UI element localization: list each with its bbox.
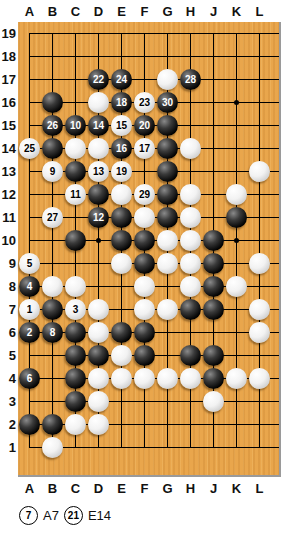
intersection-C16[interactable] xyxy=(64,91,87,114)
intersection-G6[interactable] xyxy=(156,321,179,344)
intersection-B5[interactable] xyxy=(41,344,64,367)
row-label-18: 18 xyxy=(0,45,18,68)
intersection-D1[interactable] xyxy=(87,436,110,459)
intersection-F5[interactable] xyxy=(133,344,156,367)
intersection-B17[interactable] xyxy=(41,68,64,91)
stone-black-E6 xyxy=(111,322,132,343)
intersection-D15[interactable]: 14 xyxy=(87,114,110,137)
stone-black-A4-move-6: 6 xyxy=(19,368,40,389)
stone-white-L9 xyxy=(249,253,270,274)
intersection-G4[interactable] xyxy=(156,367,179,390)
stone-white-B8 xyxy=(42,276,63,297)
go-board: 2224281823302610141520251617913191129271… xyxy=(18,22,281,477)
intersection-J12[interactable] xyxy=(202,183,225,206)
intersection-B14[interactable] xyxy=(41,137,64,160)
intersection-K7[interactable] xyxy=(225,298,248,321)
stone-white-E9 xyxy=(111,253,132,274)
intersection-B13[interactable]: 9 xyxy=(41,160,64,183)
intersection-K10[interactable] xyxy=(225,229,248,252)
intersection-B12[interactable] xyxy=(41,183,64,206)
intersection-A4[interactable]: 6 xyxy=(18,367,41,390)
intersection-C7[interactable]: 3 xyxy=(64,298,87,321)
intersection-E11[interactable] xyxy=(110,206,133,229)
intersection-E5[interactable] xyxy=(110,344,133,367)
intersection-L2[interactable] xyxy=(248,413,271,436)
intersection-C12[interactable]: 11 xyxy=(64,183,87,206)
intersection-A6[interactable]: 2 xyxy=(18,321,41,344)
intersection-H16[interactable] xyxy=(179,91,202,114)
intersection-F17[interactable] xyxy=(133,68,156,91)
intersection-F9[interactable] xyxy=(133,252,156,275)
intersection-C5[interactable] xyxy=(64,344,87,367)
stone-black-C5 xyxy=(65,345,86,366)
intersection-J3[interactable] xyxy=(202,390,225,413)
intersection-L19[interactable] xyxy=(248,22,271,45)
intersection-J15[interactable] xyxy=(202,114,225,137)
row-label-12: 12 xyxy=(0,183,18,206)
intersection-L13[interactable] xyxy=(248,160,271,183)
move-7-point: A7 xyxy=(43,508,59,523)
intersection-C15[interactable]: 10 xyxy=(64,114,87,137)
row-label-16: 16 xyxy=(0,91,18,114)
intersection-J11[interactable] xyxy=(202,206,225,229)
intersection-D18[interactable] xyxy=(87,45,110,68)
intersection-C3[interactable] xyxy=(64,390,87,413)
intersection-H19[interactable] xyxy=(179,22,202,45)
intersection-A19[interactable] xyxy=(18,22,41,45)
stone-white-H10 xyxy=(180,230,201,251)
column-label-C: C xyxy=(64,0,87,22)
intersection-H12[interactable] xyxy=(179,183,202,206)
intersection-K13[interactable] xyxy=(225,160,248,183)
intersection-E15[interactable]: 15 xyxy=(110,114,133,137)
intersection-G15[interactable] xyxy=(156,114,179,137)
intersection-K6[interactable] xyxy=(225,321,248,344)
stone-black-A8-move-4: 4 xyxy=(19,276,40,297)
intersection-H4[interactable] xyxy=(179,367,202,390)
intersection-A16[interactable] xyxy=(18,91,41,114)
intersection-H6[interactable] xyxy=(179,321,202,344)
intersection-G18[interactable] xyxy=(156,45,179,68)
intersection-D19[interactable] xyxy=(87,22,110,45)
stone-white-E12 xyxy=(111,184,132,205)
stone-black-F6 xyxy=(134,322,155,343)
intersection-J1[interactable] xyxy=(202,436,225,459)
column-label-E: E xyxy=(110,0,133,22)
stone-white-D14 xyxy=(88,138,109,159)
stone-black-C15-move-10: 10 xyxy=(65,115,86,136)
intersection-H8[interactable] xyxy=(179,275,202,298)
intersection-J4[interactable] xyxy=(202,367,225,390)
intersection-K11[interactable] xyxy=(225,206,248,229)
stone-white-E5 xyxy=(111,345,132,366)
stone-black-B16 xyxy=(42,92,63,113)
intersection-H15[interactable] xyxy=(179,114,202,137)
intersection-A17[interactable] xyxy=(18,68,41,91)
intersection-J7[interactable] xyxy=(202,298,225,321)
intersection-F11[interactable] xyxy=(133,206,156,229)
stone-white-E15-move-15: 15 xyxy=(111,115,132,136)
intersection-A15[interactable] xyxy=(18,114,41,137)
intersection-G17[interactable] xyxy=(156,68,179,91)
intersection-D2[interactable] xyxy=(87,413,110,436)
intersection-B4[interactable] xyxy=(41,367,64,390)
intersection-C8[interactable] xyxy=(64,275,87,298)
row-label-6: 6 xyxy=(0,321,18,344)
intersection-C2[interactable] xyxy=(64,413,87,436)
intersection-D10[interactable] xyxy=(87,229,110,252)
go-diagram: ABCDEFGHJKL 1918171615141312111098765432… xyxy=(0,0,281,537)
stone-white-B11-move-27: 27 xyxy=(42,207,63,228)
intersection-C14[interactable] xyxy=(64,137,87,160)
intersection-B15[interactable]: 26 xyxy=(41,114,64,137)
column-label-K: K xyxy=(225,0,248,22)
stone-white-G9 xyxy=(157,253,178,274)
move-21-point: E14 xyxy=(88,508,111,523)
intersection-A3[interactable] xyxy=(18,390,41,413)
stone-black-H17-move-28: 28 xyxy=(180,69,201,90)
intersection-C9[interactable] xyxy=(64,252,87,275)
intersection-D17[interactable]: 22 xyxy=(87,68,110,91)
intersection-F2[interactable] xyxy=(133,413,156,436)
intersection-J5[interactable] xyxy=(202,344,225,367)
intersection-A8[interactable]: 4 xyxy=(18,275,41,298)
row-label-2: 2 xyxy=(0,413,18,436)
intersection-G10[interactable] xyxy=(156,229,179,252)
intersection-L3[interactable] xyxy=(248,390,271,413)
intersection-L6[interactable] xyxy=(248,321,271,344)
intersection-G12[interactable] xyxy=(156,183,179,206)
intersection-L5[interactable] xyxy=(248,344,271,367)
intersection-C4[interactable] xyxy=(64,367,87,390)
intersection-D8[interactable] xyxy=(87,275,110,298)
column-labels-top: ABCDEFGHJKL xyxy=(18,0,281,22)
intersection-H2[interactable] xyxy=(179,413,202,436)
intersection-H1[interactable] xyxy=(179,436,202,459)
intersection-E1[interactable] xyxy=(110,436,133,459)
stone-black-D11-move-12: 12 xyxy=(88,207,109,228)
intersection-D7[interactable] xyxy=(87,298,110,321)
intersection-L18[interactable] xyxy=(248,45,271,68)
stone-black-G15 xyxy=(157,115,178,136)
intersection-L12[interactable] xyxy=(248,183,271,206)
intersection-F12[interactable]: 29 xyxy=(133,183,156,206)
row-label-19: 19 xyxy=(0,22,18,45)
intersection-F7[interactable] xyxy=(133,298,156,321)
column-label-E: E xyxy=(110,477,133,499)
intersection-G19[interactable] xyxy=(156,22,179,45)
intersection-A7[interactable]: 1 xyxy=(18,298,41,321)
stone-black-A2 xyxy=(19,414,40,435)
intersection-D6[interactable] xyxy=(87,321,110,344)
stone-white-H8 xyxy=(180,276,201,297)
intersection-F15[interactable]: 20 xyxy=(133,114,156,137)
stone-black-B7 xyxy=(42,299,63,320)
intersection-D13[interactable]: 13 xyxy=(87,160,110,183)
intersection-G16[interactable]: 30 xyxy=(156,91,179,114)
intersection-F10[interactable] xyxy=(133,229,156,252)
intersection-E9[interactable] xyxy=(110,252,133,275)
intersection-D9[interactable] xyxy=(87,252,110,275)
stone-white-F8 xyxy=(134,276,155,297)
intersection-C1[interactable] xyxy=(64,436,87,459)
stone-black-B15-move-26: 26 xyxy=(42,115,63,136)
intersection-H13[interactable] xyxy=(179,160,202,183)
intersection-A11[interactable] xyxy=(18,206,41,229)
intersection-B3[interactable] xyxy=(41,390,64,413)
row-label-9: 9 xyxy=(0,252,18,275)
intersection-D14[interactable] xyxy=(87,137,110,160)
intersection-A13[interactable] xyxy=(18,160,41,183)
column-label-D: D xyxy=(87,0,110,22)
intersection-E7[interactable] xyxy=(110,298,133,321)
intersection-E13[interactable]: 19 xyxy=(110,160,133,183)
row-label-5: 5 xyxy=(0,344,18,367)
intersection-F4[interactable] xyxy=(133,367,156,390)
intersection-G2[interactable] xyxy=(156,413,179,436)
intersection-K12[interactable] xyxy=(225,183,248,206)
intersection-J17[interactable] xyxy=(202,68,225,91)
intersection-J13[interactable] xyxy=(202,160,225,183)
intersection-J18[interactable] xyxy=(202,45,225,68)
intersection-J14[interactable] xyxy=(202,137,225,160)
intersection-F13[interactable] xyxy=(133,160,156,183)
stone-black-D15-move-14: 14 xyxy=(88,115,109,136)
intersection-C17[interactable] xyxy=(64,68,87,91)
intersection-H11[interactable] xyxy=(179,206,202,229)
intersection-E3[interactable] xyxy=(110,390,133,413)
intersection-L8[interactable] xyxy=(248,275,271,298)
intersection-G9[interactable] xyxy=(156,252,179,275)
stone-white-G17 xyxy=(157,69,178,90)
intersection-A18[interactable] xyxy=(18,45,41,68)
intersection-G14[interactable] xyxy=(156,137,179,160)
stone-white-D16 xyxy=(88,92,109,113)
stone-white-D7 xyxy=(88,299,109,320)
intersection-G7[interactable] xyxy=(156,298,179,321)
intersection-E16[interactable]: 18 xyxy=(110,91,133,114)
column-label-F: F xyxy=(133,0,156,22)
intersection-E10[interactable] xyxy=(110,229,133,252)
intersection-B2[interactable] xyxy=(41,413,64,436)
intersection-H18[interactable] xyxy=(179,45,202,68)
stone-black-J7 xyxy=(203,299,224,320)
intersection-D12[interactable] xyxy=(87,183,110,206)
stone-white-F4 xyxy=(134,368,155,389)
intersection-B9[interactable] xyxy=(41,252,64,275)
intersection-E8[interactable] xyxy=(110,275,133,298)
intersection-D4[interactable] xyxy=(87,367,110,390)
intersection-K18[interactable] xyxy=(225,45,248,68)
row-label-4: 4 xyxy=(0,367,18,390)
intersection-B16[interactable] xyxy=(41,91,64,114)
intersection-K16[interactable] xyxy=(225,91,248,114)
intersection-F8[interactable] xyxy=(133,275,156,298)
intersection-E14[interactable]: 16 xyxy=(110,137,133,160)
intersection-H3[interactable] xyxy=(179,390,202,413)
intersection-C11[interactable] xyxy=(64,206,87,229)
intersection-L11[interactable] xyxy=(248,206,271,229)
stone-black-F10 xyxy=(134,230,155,251)
intersection-A12[interactable] xyxy=(18,183,41,206)
stone-black-F9 xyxy=(134,253,155,274)
intersection-G3[interactable] xyxy=(156,390,179,413)
intersection-B6[interactable]: 8 xyxy=(41,321,64,344)
intersection-J16[interactable] xyxy=(202,91,225,114)
stone-white-C14 xyxy=(65,138,86,159)
intersection-J19[interactable] xyxy=(202,22,225,45)
intersection-L1[interactable] xyxy=(248,436,271,459)
intersection-G11[interactable] xyxy=(156,206,179,229)
intersection-A1[interactable] xyxy=(18,436,41,459)
intersection-B10[interactable] xyxy=(41,229,64,252)
intersection-B7[interactable] xyxy=(41,298,64,321)
intersection-B8[interactable] xyxy=(41,275,64,298)
stone-white-D6 xyxy=(88,322,109,343)
stone-black-G16-move-30: 30 xyxy=(157,92,178,113)
intersection-J9[interactable] xyxy=(202,252,225,275)
intersection-L4[interactable] xyxy=(248,367,271,390)
intersection-D5[interactable] xyxy=(87,344,110,367)
intersection-K15[interactable] xyxy=(225,114,248,137)
intersection-L15[interactable] xyxy=(248,114,271,137)
intersection-D16[interactable] xyxy=(87,91,110,114)
intersection-K2[interactable] xyxy=(225,413,248,436)
intersection-C19[interactable] xyxy=(64,22,87,45)
stone-white-D13-move-13: 13 xyxy=(88,161,109,182)
intersection-L14[interactable] xyxy=(248,137,271,160)
intersection-G13[interactable] xyxy=(156,160,179,183)
row-label-10: 10 xyxy=(0,229,18,252)
intersection-F16[interactable]: 23 xyxy=(133,91,156,114)
column-label-L: L xyxy=(248,477,271,499)
column-label-A: A xyxy=(18,0,41,22)
column-labels-bottom: ABCDEFGHJKL xyxy=(18,477,281,499)
intersection-D3[interactable] xyxy=(87,390,110,413)
intersection-B1[interactable] xyxy=(41,436,64,459)
intersection-K5[interactable] xyxy=(225,344,248,367)
intersection-K4[interactable] xyxy=(225,367,248,390)
stone-black-E16-move-18: 18 xyxy=(111,92,132,113)
intersection-L10[interactable] xyxy=(248,229,271,252)
intersection-A2[interactable] xyxy=(18,413,41,436)
intersection-D11[interactable]: 12 xyxy=(87,206,110,229)
intersection-G8[interactable] xyxy=(156,275,179,298)
intersection-K1[interactable] xyxy=(225,436,248,459)
intersection-E18[interactable] xyxy=(110,45,133,68)
stone-black-E11 xyxy=(111,207,132,228)
column-label-B: B xyxy=(41,477,64,499)
intersection-H7[interactable] xyxy=(179,298,202,321)
intersection-K3[interactable] xyxy=(225,390,248,413)
intersection-B11[interactable]: 27 xyxy=(41,206,64,229)
intersection-G5[interactable] xyxy=(156,344,179,367)
intersection-L7[interactable] xyxy=(248,298,271,321)
stone-white-K8 xyxy=(226,276,247,297)
stone-white-B13-move-9: 9 xyxy=(42,161,63,182)
stone-black-E17-move-24: 24 xyxy=(111,69,132,90)
intersection-L9[interactable] xyxy=(248,252,271,275)
intersection-E4[interactable] xyxy=(110,367,133,390)
intersection-E2[interactable] xyxy=(110,413,133,436)
intersection-F6[interactable] xyxy=(133,321,156,344)
stone-white-H4 xyxy=(180,368,201,389)
intersection-K17[interactable] xyxy=(225,68,248,91)
intersection-C13[interactable] xyxy=(64,160,87,183)
intersection-A5[interactable] xyxy=(18,344,41,367)
stone-white-L7 xyxy=(249,299,270,320)
stone-white-D4 xyxy=(88,368,109,389)
intersection-A10[interactable] xyxy=(18,229,41,252)
intersection-K9[interactable] xyxy=(225,252,248,275)
intersection-J2[interactable] xyxy=(202,413,225,436)
stone-black-G14 xyxy=(157,138,178,159)
stone-white-H11 xyxy=(180,207,201,228)
intersection-K8[interactable] xyxy=(225,275,248,298)
intersection-L17[interactable] xyxy=(248,68,271,91)
intersection-F1[interactable] xyxy=(133,436,156,459)
intersection-H9[interactable] xyxy=(179,252,202,275)
intersection-E12[interactable] xyxy=(110,183,133,206)
stone-white-A9-move-5: 5 xyxy=(19,253,40,274)
intersection-F19[interactable] xyxy=(133,22,156,45)
intersection-H5[interactable] xyxy=(179,344,202,367)
stone-white-G10 xyxy=(157,230,178,251)
intersection-F18[interactable] xyxy=(133,45,156,68)
column-label-B: B xyxy=(41,0,64,22)
stone-white-C2 xyxy=(65,414,86,435)
intersection-B18[interactable] xyxy=(41,45,64,68)
intersection-F3[interactable] xyxy=(133,390,156,413)
intersection-J8[interactable] xyxy=(202,275,225,298)
intersection-K19[interactable] xyxy=(225,22,248,45)
stone-white-F14-move-17: 17 xyxy=(134,138,155,159)
stone-white-C12-move-11: 11 xyxy=(65,184,86,205)
intersection-E6[interactable] xyxy=(110,321,133,344)
intersection-H14[interactable] xyxy=(179,137,202,160)
stone-white-C8 xyxy=(65,276,86,297)
intersection-J6[interactable] xyxy=(202,321,225,344)
intersection-B19[interactable] xyxy=(41,22,64,45)
stone-black-J5 xyxy=(203,345,224,366)
intersection-C10[interactable] xyxy=(64,229,87,252)
intersection-C6[interactable] xyxy=(64,321,87,344)
intersection-E19[interactable] xyxy=(110,22,133,45)
intersection-C18[interactable] xyxy=(64,45,87,68)
column-label-G: G xyxy=(156,477,179,499)
intersection-F14[interactable]: 17 xyxy=(133,137,156,160)
stone-black-K11 xyxy=(226,207,247,228)
column-label-J: J xyxy=(202,477,225,499)
row-label-13: 13 xyxy=(0,160,18,183)
column-label-G: G xyxy=(156,0,179,22)
intersection-H10[interactable] xyxy=(179,229,202,252)
intersection-J10[interactable] xyxy=(202,229,225,252)
intersection-H17[interactable]: 28 xyxy=(179,68,202,91)
stone-white-E4 xyxy=(111,368,132,389)
stone-white-L4 xyxy=(249,368,270,389)
board-grid: 2224281823302610141520251617913191129271… xyxy=(18,22,271,459)
intersection-A14[interactable]: 25 xyxy=(18,137,41,160)
intersection-G1[interactable] xyxy=(156,436,179,459)
intersection-L16[interactable] xyxy=(248,91,271,114)
intersection-A9[interactable]: 5 xyxy=(18,252,41,275)
intersection-K14[interactable] xyxy=(225,137,248,160)
stone-black-F5 xyxy=(134,345,155,366)
move-21-circle-icon: 21 xyxy=(64,506,83,525)
row-label-3: 3 xyxy=(0,390,18,413)
intersection-E17[interactable]: 24 xyxy=(110,68,133,91)
